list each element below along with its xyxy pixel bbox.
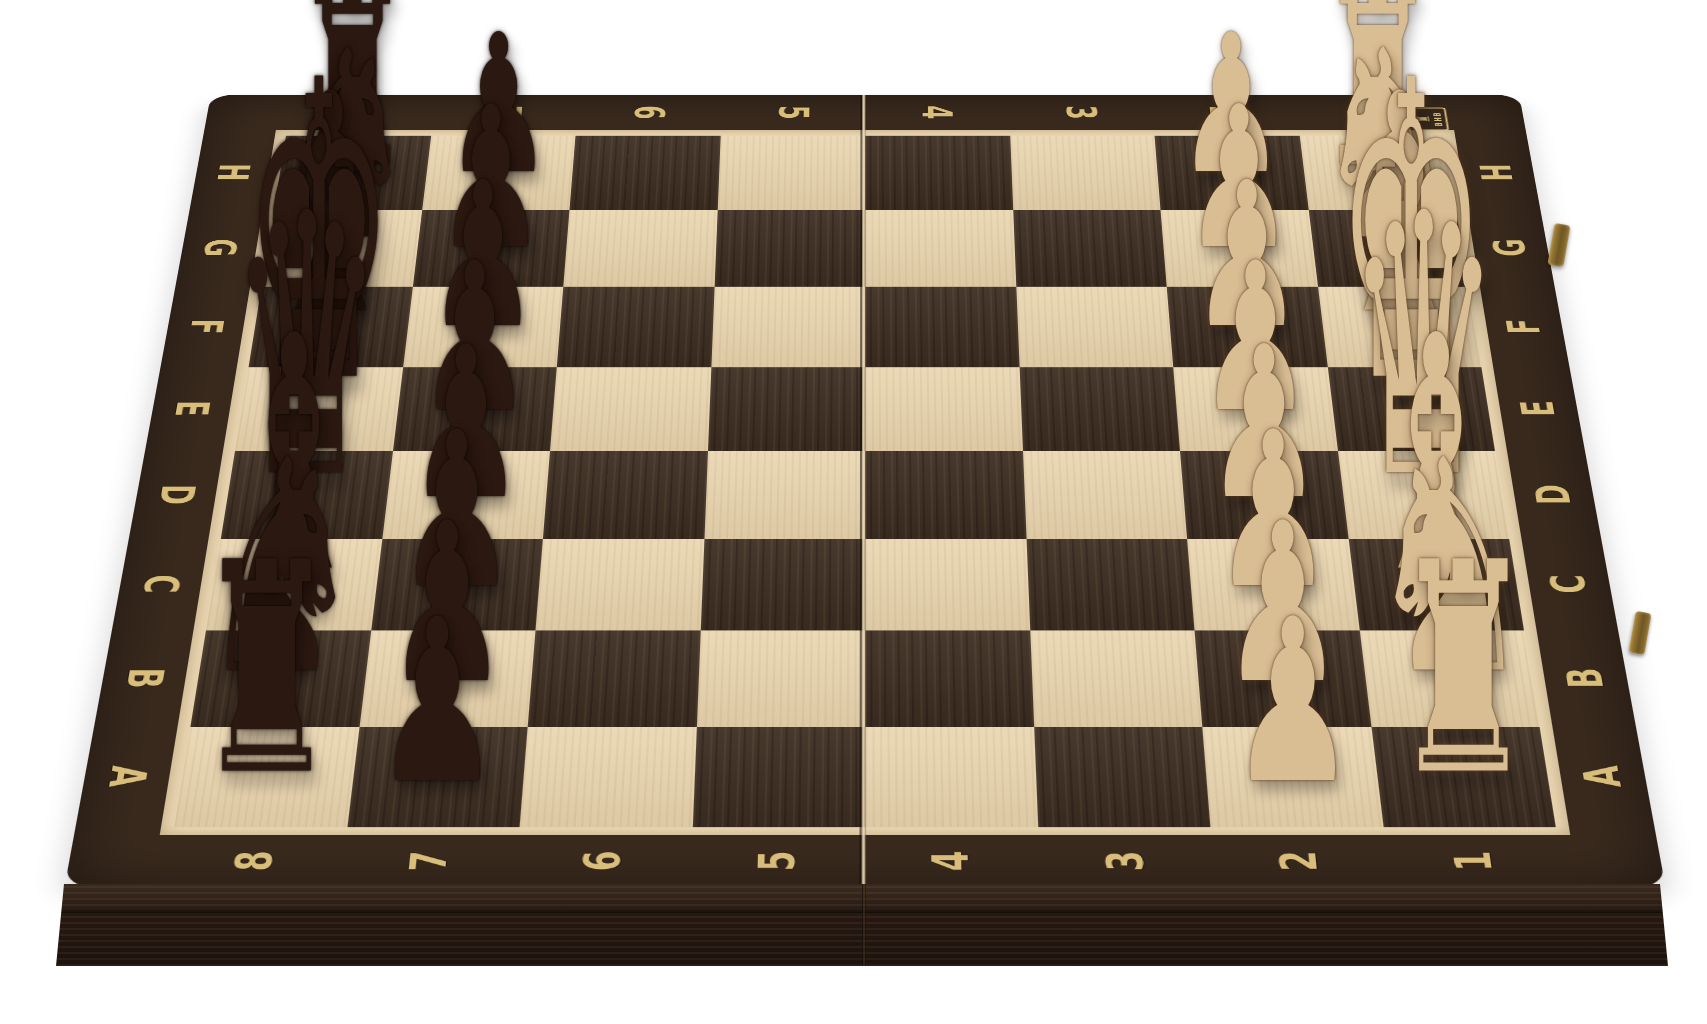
- square-d1[interactable]: [1338, 451, 1510, 539]
- square-c7[interactable]: [371, 539, 543, 631]
- square-a1[interactable]: [1371, 727, 1556, 828]
- square-f2[interactable]: [1167, 287, 1328, 367]
- square-h1[interactable]: [1299, 136, 1456, 210]
- box-fold-seam: [862, 884, 866, 966]
- square-e5[interactable]: [708, 367, 866, 451]
- square-b4[interactable]: [865, 630, 1034, 726]
- square-e3[interactable]: [1019, 367, 1180, 451]
- square-d8[interactable]: [221, 451, 393, 539]
- brass-hinge-icon: [1628, 611, 1651, 655]
- coord-left-h: H: [211, 164, 255, 181]
- square-c8[interactable]: [206, 539, 382, 631]
- coord-bottom-4: 4: [928, 851, 977, 871]
- square-a2[interactable]: [1202, 727, 1383, 828]
- coord-top-2: 2: [1204, 105, 1246, 119]
- square-b5[interactable]: [696, 630, 865, 726]
- coord-left-d: D: [152, 484, 200, 504]
- square-d4[interactable]: [865, 451, 1026, 539]
- square-c5[interactable]: [700, 539, 865, 631]
- coord-top-8: 8: [341, 105, 383, 119]
- square-f1[interactable]: [1318, 287, 1482, 367]
- square-e2[interactable]: [1173, 367, 1337, 451]
- square-b3[interactable]: [1030, 630, 1203, 726]
- coord-left-f: F: [183, 319, 228, 334]
- square-c2[interactable]: [1187, 539, 1359, 631]
- scene: 87654321 87654321 HGFEDCBA HGFEDCBA ♜ BH…: [0, 0, 1707, 1024]
- square-d2[interactable]: [1180, 451, 1348, 539]
- square-f4[interactable]: [865, 287, 1019, 367]
- square-g1[interactable]: [1308, 210, 1468, 287]
- square-b6[interactable]: [528, 630, 701, 726]
- square-e4[interactable]: [865, 367, 1023, 451]
- square-f5[interactable]: [711, 287, 865, 367]
- square-h2[interactable]: [1155, 136, 1309, 210]
- square-c3[interactable]: [1026, 539, 1194, 631]
- brand-logo: ♜ BHB: [1410, 108, 1449, 131]
- coord-left-g: G: [197, 239, 242, 257]
- coord-top-5: 5: [773, 105, 813, 119]
- square-a7[interactable]: [347, 727, 528, 828]
- square-h7[interactable]: [422, 136, 576, 210]
- square-g2[interactable]: [1160, 210, 1317, 287]
- coord-bottom-8: 8: [230, 851, 282, 871]
- coord-right-g: G: [1488, 239, 1533, 257]
- coord-bottom-6: 6: [579, 851, 629, 871]
- square-h6[interactable]: [570, 136, 721, 210]
- square-h8[interactable]: [274, 136, 431, 210]
- square-e7[interactable]: [393, 367, 557, 451]
- coord-left-a: A: [101, 765, 152, 787]
- coord-right-f: F: [1502, 319, 1547, 334]
- coord-left-e: E: [168, 401, 214, 417]
- square-c6[interactable]: [535, 539, 703, 631]
- square-a6[interactable]: [520, 727, 697, 828]
- coord-bottom-2: 2: [1275, 851, 1326, 871]
- square-h3[interactable]: [1010, 136, 1161, 210]
- brand-logo-text: BHB: [1432, 112, 1444, 127]
- coord-left-c: C: [136, 575, 185, 594]
- coord-bottom-3: 3: [1101, 851, 1151, 871]
- fold-seam: [859, 95, 866, 887]
- coord-right-h: H: [1475, 164, 1519, 181]
- square-a3[interactable]: [1034, 727, 1211, 828]
- square-b8[interactable]: [190, 630, 370, 726]
- square-d6[interactable]: [543, 451, 708, 539]
- square-d5[interactable]: [704, 451, 865, 539]
- square-g7[interactable]: [412, 210, 569, 287]
- square-b1[interactable]: [1359, 630, 1539, 726]
- square-e1[interactable]: [1327, 367, 1495, 451]
- square-b2[interactable]: [1195, 630, 1371, 726]
- coord-right-e: E: [1515, 401, 1561, 417]
- brass-hinge-icon: [1547, 223, 1570, 267]
- square-h5[interactable]: [717, 136, 865, 210]
- square-g8[interactable]: [262, 210, 422, 287]
- square-g4[interactable]: [865, 210, 1016, 287]
- square-h4[interactable]: [865, 136, 1013, 210]
- square-d7[interactable]: [382, 451, 550, 539]
- square-a4[interactable]: [865, 727, 1038, 828]
- square-c1[interactable]: [1348, 539, 1524, 631]
- square-d3[interactable]: [1023, 451, 1188, 539]
- square-e8[interactable]: [235, 367, 403, 451]
- coord-left-b: B: [119, 668, 169, 688]
- square-f3[interactable]: [1016, 287, 1173, 367]
- square-g3[interactable]: [1013, 210, 1167, 287]
- square-c4[interactable]: [865, 539, 1030, 631]
- square-a5[interactable]: [692, 727, 865, 828]
- coord-top-7: 7: [485, 105, 527, 119]
- square-f7[interactable]: [403, 287, 564, 367]
- box-side-panel: [56, 884, 1668, 966]
- square-b7[interactable]: [359, 630, 535, 726]
- coord-bottom-5: 5: [753, 851, 802, 871]
- coord-top-1: 1: [1347, 105, 1389, 119]
- rook-icon: ♜: [1415, 115, 1434, 123]
- square-f6[interactable]: [557, 287, 714, 367]
- coord-bottom-7: 7: [404, 851, 455, 871]
- square-e6[interactable]: [550, 367, 711, 451]
- coord-top-4: 4: [917, 105, 957, 119]
- square-a8[interactable]: [174, 727, 359, 828]
- square-f8[interactable]: [249, 287, 413, 367]
- coord-bottom-1: 1: [1449, 851, 1501, 871]
- chess-board: 87654321 87654321 HGFEDCBA HGFEDCBA ♜ BH…: [64, 95, 1665, 887]
- coord-right-b: B: [1561, 668, 1611, 688]
- coord-top-3: 3: [1060, 105, 1101, 119]
- square-g6[interactable]: [563, 210, 717, 287]
- coord-top-6: 6: [629, 105, 670, 119]
- square-g5[interactable]: [714, 210, 865, 287]
- coord-right-d: D: [1530, 484, 1578, 504]
- coord-right-c: C: [1545, 575, 1594, 594]
- coord-right-a: A: [1577, 765, 1628, 787]
